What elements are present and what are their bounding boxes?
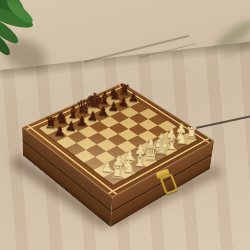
chess-set-product-photo: ♜♞♝♛♚♝♞♜♟♟♟♟♟♟♟♟♟♟♟♟♟♟♟♟♜♞♝♛♚♝♞♜ <box>0 0 250 250</box>
clasp-loop <box>160 173 179 194</box>
piece-black-pawn[interactable]: ♟ <box>133 91 134 103</box>
piece-black-pawn[interactable]: ♟ <box>59 125 60 138</box>
piece-white-bishop[interactable]: ♝ <box>139 151 140 169</box>
piece-white-knight[interactable]: ♞ <box>128 158 129 175</box>
piece-black-pawn[interactable]: ♟ <box>123 96 124 108</box>
piece-black-pawn[interactable]: ♟ <box>92 110 93 123</box>
piece-white-rook[interactable]: ♜ <box>191 126 192 141</box>
piece-white-king[interactable]: ♚ <box>161 136 162 158</box>
piece-black-pawn[interactable]: ♟ <box>71 120 72 133</box>
piece-white-rook[interactable]: ♜ <box>117 165 118 182</box>
piece-white-knight[interactable]: ♞ <box>181 130 182 146</box>
piece-white-queen[interactable]: ♛ <box>150 143 151 163</box>
piece-black-rook[interactable]: ♜ <box>51 116 52 131</box>
piece-black-pawn[interactable]: ♟ <box>113 100 114 113</box>
piece-black-pawn[interactable]: ♟ <box>82 115 83 128</box>
folding-chess-box: ♜♞♝♛♚♝♞♜♟♟♟♟♟♟♟♟♟♟♟♟♟♟♟♟♜♞♝♛♚♝♞♜ <box>22 83 214 198</box>
piece-black-pawn[interactable]: ♟ <box>103 105 104 118</box>
piece-white-pawn[interactable]: ♟ <box>107 160 108 174</box>
plant-leaves <box>0 0 68 70</box>
